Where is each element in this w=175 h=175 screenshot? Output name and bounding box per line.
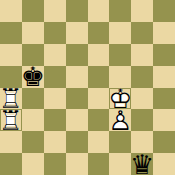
piece-white-pawn[interactable]: ♟♙: [109, 109, 131, 131]
square-c6[interactable]: [44, 44, 66, 66]
square-e4[interactable]: [88, 88, 110, 110]
square-f1[interactable]: [109, 153, 131, 175]
square-h5[interactable]: [153, 66, 175, 88]
square-h2[interactable]: [153, 131, 175, 153]
square-c5[interactable]: [44, 66, 66, 88]
square-h3[interactable]: [153, 109, 175, 131]
square-e3[interactable]: [88, 109, 110, 131]
square-d8[interactable]: [66, 0, 88, 22]
square-b2[interactable]: [22, 131, 44, 153]
square-a3[interactable]: ♜♖: [0, 109, 22, 131]
piece-white-rook[interactable]: ♜♖: [0, 109, 22, 131]
square-b1[interactable]: [22, 153, 44, 175]
square-c8[interactable]: [44, 0, 66, 22]
piece-black-queen[interactable]: ♛: [131, 153, 153, 175]
square-f2[interactable]: [109, 131, 131, 153]
square-b3[interactable]: [22, 109, 44, 131]
piece-glyph: ♛: [131, 153, 153, 175]
square-h1[interactable]: [153, 153, 175, 175]
square-g8[interactable]: [131, 0, 153, 22]
square-e8[interactable]: [88, 0, 110, 22]
square-d1[interactable]: [66, 153, 88, 175]
square-e2[interactable]: [88, 131, 110, 153]
square-d2[interactable]: [66, 131, 88, 153]
square-e7[interactable]: [88, 22, 110, 44]
piece-black-king[interactable]: ♚: [22, 66, 44, 88]
piece-outline-glyph: ♖: [0, 109, 22, 131]
square-e6[interactable]: [88, 44, 110, 66]
square-f6[interactable]: [109, 44, 131, 66]
square-d4[interactable]: [66, 88, 88, 110]
square-h8[interactable]: [153, 0, 175, 22]
square-c2[interactable]: [44, 131, 66, 153]
square-g7[interactable]: [131, 22, 153, 44]
square-e1[interactable]: [88, 153, 110, 175]
square-d7[interactable]: [66, 22, 88, 44]
square-g6[interactable]: [131, 44, 153, 66]
piece-outline-glyph: ♙: [109, 109, 131, 131]
chess-board: ♚♜♖♚♔♜♖♟♙♛: [0, 0, 175, 175]
square-b7[interactable]: [22, 22, 44, 44]
square-c1[interactable]: [44, 153, 66, 175]
square-d3[interactable]: [66, 109, 88, 131]
square-g3[interactable]: [131, 109, 153, 131]
square-a1[interactable]: [0, 153, 22, 175]
square-g5[interactable]: [131, 66, 153, 88]
square-d5[interactable]: [66, 66, 88, 88]
square-f7[interactable]: [109, 22, 131, 44]
square-a7[interactable]: [0, 22, 22, 44]
square-f8[interactable]: [109, 0, 131, 22]
square-b4[interactable]: [22, 88, 44, 110]
piece-glyph: ♚: [22, 66, 44, 88]
square-c3[interactable]: [44, 109, 66, 131]
square-a6[interactable]: [0, 44, 22, 66]
square-b8[interactable]: [22, 0, 44, 22]
square-g4[interactable]: [131, 88, 153, 110]
square-h6[interactable]: [153, 44, 175, 66]
square-h4[interactable]: [153, 88, 175, 110]
square-d6[interactable]: [66, 44, 88, 66]
square-a2[interactable]: [0, 131, 22, 153]
square-g1[interactable]: ♛: [131, 153, 153, 175]
square-f3[interactable]: ♟♙: [109, 109, 131, 131]
square-a8[interactable]: [0, 0, 22, 22]
square-c7[interactable]: [44, 22, 66, 44]
square-h7[interactable]: [153, 22, 175, 44]
square-c4[interactable]: [44, 88, 66, 110]
square-b5[interactable]: ♚: [22, 66, 44, 88]
square-e5[interactable]: [88, 66, 110, 88]
